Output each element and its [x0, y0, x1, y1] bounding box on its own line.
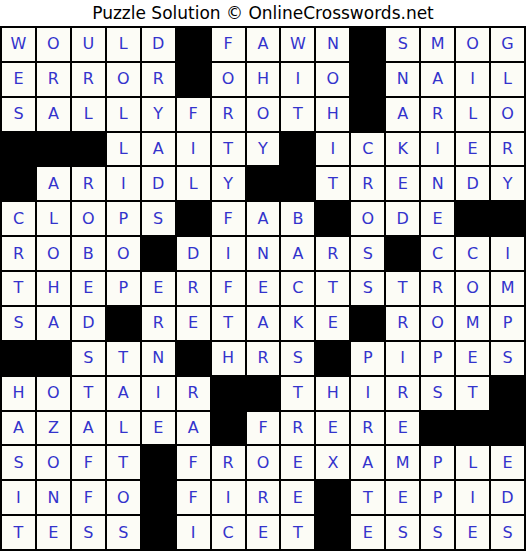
- letter-cell: A: [421, 63, 454, 96]
- letter-cell: T: [212, 133, 245, 166]
- letter-cell: T: [107, 342, 140, 375]
- letter-cell: A: [107, 377, 140, 410]
- letter-cell: I: [177, 516, 210, 549]
- black-cell: [212, 377, 245, 410]
- letter-cell: M: [491, 272, 524, 305]
- letter-cell: O: [247, 98, 280, 131]
- black-cell: [247, 167, 280, 200]
- letter-cell: X: [316, 446, 349, 479]
- letter-cell: E: [72, 272, 105, 305]
- letter-cell: S: [351, 272, 384, 305]
- letter-cell: E: [2, 63, 35, 96]
- letter-cell: I: [351, 377, 384, 410]
- letter-cell: C: [2, 202, 35, 235]
- letter-cell: L: [107, 133, 140, 166]
- letter-cell: D: [72, 307, 105, 340]
- letter-cell: H: [212, 342, 245, 375]
- letter-cell: L: [107, 28, 140, 61]
- letter-cell: P: [351, 342, 384, 375]
- letter-cell: S: [491, 516, 524, 549]
- letter-cell: P: [421, 481, 454, 514]
- letter-cell: A: [386, 98, 419, 131]
- letter-cell: O: [247, 446, 280, 479]
- letter-cell: R: [142, 307, 175, 340]
- letter-cell: S: [2, 307, 35, 340]
- black-cell: [456, 412, 489, 445]
- letter-cell: H: [247, 63, 280, 96]
- letter-cell: E: [456, 342, 489, 375]
- letter-cell: R: [421, 98, 454, 131]
- letter-cell: T: [107, 446, 140, 479]
- letter-cell: T: [281, 516, 314, 549]
- letter-cell: I: [2, 481, 35, 514]
- letter-cell: F: [212, 202, 245, 235]
- black-cell: [247, 377, 280, 410]
- black-cell: [2, 133, 35, 166]
- letter-cell: A: [72, 412, 105, 445]
- letter-cell: Y: [212, 167, 245, 200]
- letter-cell: H: [2, 377, 35, 410]
- letter-cell: L: [37, 202, 70, 235]
- letter-cell: P: [491, 307, 524, 340]
- letter-cell: D: [142, 28, 175, 61]
- black-cell: [351, 98, 384, 131]
- letter-cell: T: [386, 272, 419, 305]
- letter-cell: A: [142, 133, 175, 166]
- letter-cell: R: [177, 272, 210, 305]
- black-cell: [316, 202, 349, 235]
- letter-cell: T: [281, 377, 314, 410]
- black-cell: [316, 516, 349, 549]
- letter-cell: R: [386, 377, 419, 410]
- letter-cell: S: [281, 342, 314, 375]
- letter-cell: I: [491, 237, 524, 270]
- letter-cell: O: [107, 63, 140, 96]
- letter-cell: F: [72, 446, 105, 479]
- letter-cell: R: [351, 412, 384, 445]
- letter-cell: L: [177, 167, 210, 200]
- letter-cell: P: [107, 272, 140, 305]
- letter-cell: E: [177, 307, 210, 340]
- black-cell: [421, 412, 454, 445]
- crossword-grid: WOULDFAWNSMOGERROROHIONAILSALLYFROTHARLO…: [0, 26, 526, 551]
- letter-cell: S: [491, 342, 524, 375]
- letter-cell: F: [247, 412, 280, 445]
- letter-cell: A: [2, 412, 35, 445]
- letter-cell: F: [177, 98, 210, 131]
- letter-cell: H: [316, 377, 349, 410]
- letter-cell: E: [247, 272, 280, 305]
- letter-cell: S: [107, 516, 140, 549]
- letter-cell: R: [281, 412, 314, 445]
- letter-cell: W: [2, 28, 35, 61]
- letter-cell: D: [177, 237, 210, 270]
- letter-cell: A: [281, 237, 314, 270]
- letter-cell: E: [142, 412, 175, 445]
- black-cell: [2, 342, 35, 375]
- letter-cell: R: [2, 237, 35, 270]
- letter-cell: P: [421, 446, 454, 479]
- letter-cell: E: [386, 412, 419, 445]
- letter-cell: I: [142, 377, 175, 410]
- letter-cell: F: [177, 446, 210, 479]
- black-cell: [177, 342, 210, 375]
- letter-cell: W: [281, 28, 314, 61]
- letter-cell: L: [456, 98, 489, 131]
- black-cell: [177, 63, 210, 96]
- letter-cell: K: [386, 133, 419, 166]
- letter-cell: E: [142, 272, 175, 305]
- letter-cell: I: [456, 63, 489, 96]
- letter-cell: F: [72, 481, 105, 514]
- letter-cell: H: [316, 98, 349, 131]
- black-cell: [491, 202, 524, 235]
- letter-cell: L: [72, 98, 105, 131]
- letter-cell: E: [386, 167, 419, 200]
- letter-cell: L: [107, 412, 140, 445]
- letter-cell: S: [72, 516, 105, 549]
- letter-cell: O: [72, 202, 105, 235]
- letter-cell: L: [456, 446, 489, 479]
- letter-cell: E: [386, 481, 419, 514]
- letter-cell: R: [212, 446, 245, 479]
- letter-cell: T: [2, 516, 35, 549]
- black-cell: [142, 516, 175, 549]
- letter-cell: D: [386, 202, 419, 235]
- letter-cell: O: [37, 377, 70, 410]
- letter-cell: T: [316, 167, 349, 200]
- black-cell: [212, 412, 245, 445]
- letter-cell: P: [421, 342, 454, 375]
- letter-cell: T: [351, 481, 384, 514]
- letter-cell: T: [2, 272, 35, 305]
- letter-cell: A: [351, 446, 384, 479]
- letter-cell: Y: [491, 167, 524, 200]
- letter-cell: D: [142, 167, 175, 200]
- letter-cell: M: [386, 446, 419, 479]
- letter-cell: D: [456, 167, 489, 200]
- letter-cell: N: [247, 237, 280, 270]
- letter-cell: O: [421, 307, 454, 340]
- letter-cell: F: [177, 481, 210, 514]
- letter-cell: R: [72, 63, 105, 96]
- letter-cell: A: [37, 98, 70, 131]
- letter-cell: O: [212, 63, 245, 96]
- letter-cell: O: [37, 28, 70, 61]
- letter-cell: I: [386, 342, 419, 375]
- letter-cell: E: [456, 133, 489, 166]
- letter-cell: S: [421, 516, 454, 549]
- black-cell: [177, 28, 210, 61]
- letter-cell: C: [421, 237, 454, 270]
- letter-cell: E: [281, 481, 314, 514]
- letter-cell: E: [281, 446, 314, 479]
- letter-cell: A: [37, 307, 70, 340]
- letter-cell: I: [212, 481, 245, 514]
- letter-cell: T: [72, 377, 105, 410]
- letter-cell: N: [142, 342, 175, 375]
- letter-cell: R: [177, 377, 210, 410]
- letter-cell: Z: [37, 412, 70, 445]
- letter-cell: F: [212, 28, 245, 61]
- letter-cell: R: [491, 133, 524, 166]
- letter-cell: E: [37, 516, 70, 549]
- letter-cell: O: [456, 272, 489, 305]
- letter-cell: S: [142, 202, 175, 235]
- letter-cell: M: [456, 307, 489, 340]
- letter-cell: O: [456, 28, 489, 61]
- letter-cell: S: [72, 342, 105, 375]
- letter-cell: P: [107, 202, 140, 235]
- letter-cell: R: [386, 307, 419, 340]
- letter-cell: S: [386, 28, 419, 61]
- letter-cell: G: [491, 28, 524, 61]
- black-cell: [281, 133, 314, 166]
- black-cell: [351, 307, 384, 340]
- black-cell: [142, 481, 175, 514]
- letter-cell: R: [142, 63, 175, 96]
- black-cell: [351, 63, 384, 96]
- letter-cell: R: [421, 272, 454, 305]
- page-title: Puzzle Solution © OnlineCrosswords.net: [0, 0, 526, 26]
- letter-cell: D: [491, 481, 524, 514]
- letter-cell: U: [72, 28, 105, 61]
- black-cell: [37, 133, 70, 166]
- letter-cell: C: [456, 237, 489, 270]
- letter-cell: A: [247, 307, 280, 340]
- letter-cell: E: [316, 412, 349, 445]
- letter-cell: B: [281, 202, 314, 235]
- letter-cell: T: [212, 307, 245, 340]
- letter-cell: S: [386, 516, 419, 549]
- letter-cell: I: [177, 133, 210, 166]
- black-cell: [107, 307, 140, 340]
- letter-cell: Y: [247, 133, 280, 166]
- letter-cell: I: [107, 167, 140, 200]
- letter-cell: O: [351, 202, 384, 235]
- letter-cell: R: [316, 237, 349, 270]
- letter-cell: H: [37, 272, 70, 305]
- letter-cell: C: [281, 272, 314, 305]
- black-cell: [491, 412, 524, 445]
- letter-cell: E: [316, 307, 349, 340]
- letter-cell: S: [351, 237, 384, 270]
- black-cell: [177, 202, 210, 235]
- letter-cell: E: [421, 202, 454, 235]
- letter-cell: R: [247, 481, 280, 514]
- letter-cell: Y: [142, 98, 175, 131]
- letter-cell: T: [456, 377, 489, 410]
- letter-cell: A: [177, 412, 210, 445]
- letter-cell: K: [281, 307, 314, 340]
- letter-cell: O: [491, 98, 524, 131]
- letter-cell: N: [316, 28, 349, 61]
- letter-cell: A: [37, 167, 70, 200]
- letter-cell: L: [107, 98, 140, 131]
- black-cell: [491, 377, 524, 410]
- black-cell: [142, 237, 175, 270]
- letter-cell: C: [212, 516, 245, 549]
- letter-cell: S: [2, 98, 35, 131]
- letter-cell: R: [72, 167, 105, 200]
- letter-cell: R: [37, 63, 70, 96]
- letter-cell: I: [316, 133, 349, 166]
- black-cell: [386, 237, 419, 270]
- letter-cell: I: [421, 133, 454, 166]
- letter-cell: A: [247, 28, 280, 61]
- black-cell: [351, 28, 384, 61]
- letter-cell: I: [456, 481, 489, 514]
- letter-cell: O: [316, 63, 349, 96]
- letter-cell: E: [456, 516, 489, 549]
- letter-cell: O: [37, 237, 70, 270]
- letter-cell: R: [351, 167, 384, 200]
- letter-cell: T: [281, 98, 314, 131]
- black-cell: [316, 481, 349, 514]
- letter-cell: T: [316, 272, 349, 305]
- letter-cell: N: [421, 167, 454, 200]
- black-cell: [456, 202, 489, 235]
- letter-cell: N: [37, 481, 70, 514]
- letter-cell: O: [107, 237, 140, 270]
- black-cell: [72, 133, 105, 166]
- letter-cell: O: [107, 481, 140, 514]
- letter-cell: E: [351, 516, 384, 549]
- letter-cell: E: [247, 516, 280, 549]
- letter-cell: M: [421, 28, 454, 61]
- letter-cell: I: [212, 237, 245, 270]
- black-cell: [316, 342, 349, 375]
- letter-cell: R: [212, 98, 245, 131]
- letter-cell: B: [72, 237, 105, 270]
- letter-cell: F: [212, 272, 245, 305]
- letter-cell: R: [247, 342, 280, 375]
- letter-cell: S: [2, 446, 35, 479]
- black-cell: [2, 167, 35, 200]
- letter-cell: L: [491, 63, 524, 96]
- letter-cell: I: [281, 63, 314, 96]
- black-cell: [37, 342, 70, 375]
- letter-cell: S: [421, 377, 454, 410]
- letter-cell: A: [247, 202, 280, 235]
- black-cell: [142, 446, 175, 479]
- letter-cell: C: [351, 133, 384, 166]
- letter-cell: E: [491, 446, 524, 479]
- letter-cell: N: [386, 63, 419, 96]
- letter-cell: O: [37, 446, 70, 479]
- black-cell: [281, 167, 314, 200]
